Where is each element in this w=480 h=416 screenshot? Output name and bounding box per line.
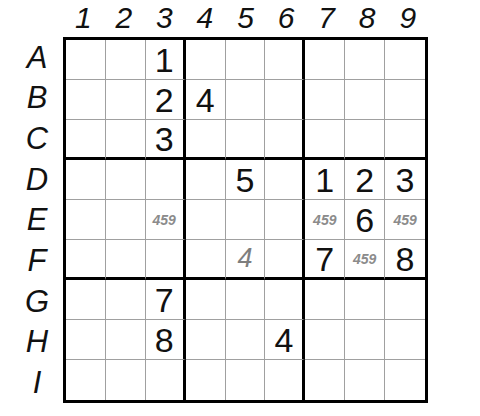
- column-label-7: 7: [306, 1, 347, 35]
- cell-E7[interactable]: 459: [305, 200, 345, 240]
- cell-E3[interactable]: 459: [146, 200, 186, 240]
- cell-F3[interactable]: [146, 240, 186, 280]
- cell-C6[interactable]: [265, 120, 305, 160]
- cell-F4[interactable]: [186, 240, 226, 280]
- cell-E1[interactable]: [66, 200, 106, 240]
- cell-E4[interactable]: [186, 200, 226, 240]
- column-label-9: 9: [387, 1, 428, 35]
- cell-G4[interactable]: [186, 280, 226, 320]
- cell-H2[interactable]: [106, 320, 146, 360]
- cell-B5[interactable]: [226, 80, 266, 120]
- sudoku-grid: 124351234594596459474598784: [63, 37, 428, 403]
- cell-A5[interactable]: [226, 40, 266, 80]
- cell-F8[interactable]: 459: [345, 240, 385, 280]
- cell-G9[interactable]: [385, 280, 425, 320]
- cell-A1[interactable]: [66, 40, 106, 80]
- cell-H8[interactable]: [345, 320, 385, 360]
- cell-G3[interactable]: 7: [146, 280, 186, 320]
- cell-B9[interactable]: [385, 80, 425, 120]
- cell-F2[interactable]: [106, 240, 146, 280]
- cell-F7[interactable]: 7: [305, 240, 345, 280]
- cell-I5[interactable]: [226, 360, 266, 400]
- cell-B6[interactable]: [265, 80, 305, 120]
- cell-A6[interactable]: [265, 40, 305, 80]
- cell-B7[interactable]: [305, 80, 345, 120]
- cell-C9[interactable]: [385, 120, 425, 160]
- cell-G5[interactable]: [226, 280, 266, 320]
- cell-F1[interactable]: [66, 240, 106, 280]
- row-label-B: B: [16, 78, 58, 119]
- cell-I7[interactable]: [305, 360, 345, 400]
- column-label-4: 4: [185, 1, 226, 35]
- column-label-1: 1: [63, 1, 104, 35]
- column-label-5: 5: [225, 1, 266, 35]
- cell-D6[interactable]: [265, 160, 305, 200]
- cell-D3[interactable]: [146, 160, 186, 200]
- cell-D4[interactable]: [186, 160, 226, 200]
- cell-A4[interactable]: [186, 40, 226, 80]
- cell-E2[interactable]: [106, 200, 146, 240]
- row-label-G: G: [16, 281, 58, 322]
- cell-D9[interactable]: 3: [385, 160, 425, 200]
- column-label-6: 6: [266, 1, 307, 35]
- cell-E9[interactable]: 459: [385, 200, 425, 240]
- cell-A2[interactable]: [106, 40, 146, 80]
- cell-F9[interactable]: 8: [385, 240, 425, 280]
- cell-I6[interactable]: [265, 360, 305, 400]
- row-label-I: I: [16, 362, 58, 403]
- cell-E8[interactable]: 6: [345, 200, 385, 240]
- cell-F5[interactable]: 4: [226, 240, 266, 280]
- row-label-H: H: [16, 322, 58, 363]
- cell-I8[interactable]: [345, 360, 385, 400]
- cell-D7[interactable]: 1: [305, 160, 345, 200]
- cell-C7[interactable]: [305, 120, 345, 160]
- cell-D8[interactable]: 2: [345, 160, 385, 200]
- row-label-E: E: [16, 200, 58, 241]
- cell-I1[interactable]: [66, 360, 106, 400]
- cell-B2[interactable]: [106, 80, 146, 120]
- cell-A8[interactable]: [345, 40, 385, 80]
- cell-C3[interactable]: 3: [146, 120, 186, 160]
- cell-H3[interactable]: 8: [146, 320, 186, 360]
- cell-D5[interactable]: 5: [226, 160, 266, 200]
- cell-G6[interactable]: [265, 280, 305, 320]
- cell-B4[interactable]: 4: [186, 80, 226, 120]
- cell-H4[interactable]: [186, 320, 226, 360]
- column-label-8: 8: [347, 1, 388, 35]
- cell-D2[interactable]: [106, 160, 146, 200]
- cell-C8[interactable]: [345, 120, 385, 160]
- cell-E5[interactable]: [226, 200, 266, 240]
- cell-A3[interactable]: 1: [146, 40, 186, 80]
- cell-A9[interactable]: [385, 40, 425, 80]
- column-label-2: 2: [104, 1, 145, 35]
- column-labels: 123456789: [63, 1, 428, 35]
- cell-I4[interactable]: [186, 360, 226, 400]
- cell-H7[interactable]: [305, 320, 345, 360]
- row-label-C: C: [16, 118, 58, 159]
- cell-H5[interactable]: [226, 320, 266, 360]
- cell-I9[interactable]: [385, 360, 425, 400]
- cell-A7[interactable]: [305, 40, 345, 80]
- cell-H1[interactable]: [66, 320, 106, 360]
- cell-I2[interactable]: [106, 360, 146, 400]
- cell-H6[interactable]: 4: [265, 320, 305, 360]
- cell-C4[interactable]: [186, 120, 226, 160]
- row-label-F: F: [16, 240, 58, 281]
- row-label-D: D: [16, 159, 58, 200]
- cell-E6[interactable]: [265, 200, 305, 240]
- cell-G7[interactable]: [305, 280, 345, 320]
- row-label-A: A: [16, 37, 58, 78]
- cell-B3[interactable]: 2: [146, 80, 186, 120]
- cell-H9[interactable]: [385, 320, 425, 360]
- cell-B1[interactable]: [66, 80, 106, 120]
- cell-C5[interactable]: [226, 120, 266, 160]
- cell-I3[interactable]: [146, 360, 186, 400]
- cell-G8[interactable]: [345, 280, 385, 320]
- cell-B8[interactable]: [345, 80, 385, 120]
- cell-C1[interactable]: [66, 120, 106, 160]
- row-labels: ABCDEFGHI: [16, 37, 58, 403]
- cell-C2[interactable]: [106, 120, 146, 160]
- cell-D1[interactable]: [66, 160, 106, 200]
- cell-G1[interactable]: [66, 280, 106, 320]
- column-label-3: 3: [144, 1, 185, 35]
- cell-F6[interactable]: [265, 240, 305, 280]
- sudoku-board: 123456789 ABCDEFGHI 12435123459459645947…: [0, 0, 480, 416]
- cell-G2[interactable]: [106, 280, 146, 320]
